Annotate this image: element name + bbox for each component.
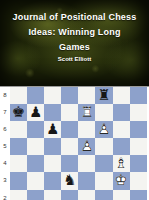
square-e8	[78, 87, 95, 104]
rank-label-right-7: 7	[147, 104, 149, 121]
square-c7	[44, 104, 61, 121]
square-d3: ♞	[61, 172, 78, 189]
piece-wK-g3: ♔	[113, 172, 130, 189]
rank-label-right-5: 5	[147, 138, 149, 155]
square-d8	[61, 87, 78, 104]
square-f5	[95, 138, 112, 155]
square-g3: ♚♔	[113, 172, 130, 189]
square-e5: ♟♙	[78, 138, 95, 155]
square-e3	[78, 172, 95, 189]
square-g7	[113, 104, 130, 121]
square-b3	[27, 172, 44, 189]
author-name: Scott Elliott	[0, 55, 149, 63]
square-g6	[113, 121, 130, 138]
square-a8	[10, 87, 27, 104]
square-c2	[44, 190, 61, 200]
rank-label-left-2: 2	[0, 190, 10, 200]
square-d2	[61, 190, 78, 200]
rank-label-right-8: 8	[147, 87, 149, 104]
rank-label-left-7: 7	[0, 104, 10, 121]
square-f2	[95, 190, 112, 200]
piece-wR-e7: ♖	[78, 104, 95, 121]
square-h5	[130, 138, 147, 155]
rank-label-left-3: 3	[0, 172, 10, 189]
square-f4	[95, 155, 112, 172]
square-f8: ♜	[95, 87, 112, 104]
square-a7: ♚	[10, 104, 27, 121]
square-h8	[130, 87, 147, 104]
square-e7: ♜♖	[78, 104, 95, 121]
square-h6	[130, 121, 147, 138]
square-e2	[78, 190, 95, 200]
square-g8	[113, 87, 130, 104]
square-g5	[113, 138, 130, 155]
square-f7	[95, 104, 112, 121]
square-a5	[10, 138, 27, 155]
square-a3	[10, 172, 27, 189]
rank-label-left-8: 8	[0, 87, 10, 104]
piece-wB-g4: ♗	[113, 155, 130, 172]
chess-board: 8♜87♚♟♜♖76♟♟♙65♟♙54♝♗43♞♚♔322	[0, 86, 149, 200]
book-title: Journal of Positional Chess Ideas: Winni…	[0, 0, 149, 55]
square-g4: ♝♗	[113, 155, 130, 172]
rank-label-left-6: 6	[0, 121, 10, 138]
square-h4	[130, 155, 147, 172]
square-a4	[10, 155, 27, 172]
square-b7: ♟	[27, 104, 44, 121]
cover-title-band: Journal of Positional Chess Ideas: Winni…	[0, 0, 149, 86]
chess-board-grid: 8♜87♚♟♜♖76♟♟♙65♟♙54♝♗43♞♚♔322	[0, 87, 149, 200]
square-g2	[113, 190, 130, 200]
title-line-1: Journal of Positional Chess	[0, 10, 149, 25]
piece-bK-a7: ♚	[10, 104, 27, 121]
square-e6	[78, 121, 95, 138]
square-c6: ♟	[44, 121, 61, 138]
piece-wP-f6: ♙	[95, 121, 112, 138]
square-f6: ♟♙	[95, 121, 112, 138]
square-d5	[61, 138, 78, 155]
square-b5	[27, 138, 44, 155]
square-h7	[130, 104, 147, 121]
square-f3	[95, 172, 112, 189]
square-c5	[44, 138, 61, 155]
rank-label-right-2: 2	[147, 190, 149, 200]
square-e4	[78, 155, 95, 172]
rank-label-left-5: 5	[0, 138, 10, 155]
piece-bR-f8: ♜	[95, 87, 112, 104]
square-a6	[10, 121, 27, 138]
square-b4	[27, 155, 44, 172]
square-b6	[27, 121, 44, 138]
square-b8	[27, 87, 44, 104]
piece-bP-c6: ♟	[44, 121, 61, 138]
rank-label-right-4: 4	[147, 155, 149, 172]
title-line-3: Games	[0, 40, 149, 55]
piece-wP-e5: ♙	[78, 138, 95, 155]
square-c8	[44, 87, 61, 104]
title-line-2: Ideas: Winning Long	[0, 25, 149, 40]
piece-bP-b7: ♟	[27, 104, 44, 121]
square-c4	[44, 155, 61, 172]
square-h2	[130, 190, 147, 200]
book-cover: Journal of Positional Chess Ideas: Winni…	[0, 0, 149, 200]
square-b2	[27, 190, 44, 200]
rank-label-right-3: 3	[147, 172, 149, 189]
square-a2	[10, 190, 27, 200]
piece-bN-d3: ♞	[61, 172, 78, 189]
square-c3	[44, 172, 61, 189]
rank-label-left-4: 4	[0, 155, 10, 172]
rank-label-right-6: 6	[147, 121, 149, 138]
square-d4	[61, 155, 78, 172]
square-d6	[61, 121, 78, 138]
square-d7	[61, 104, 78, 121]
square-h3	[130, 172, 147, 189]
